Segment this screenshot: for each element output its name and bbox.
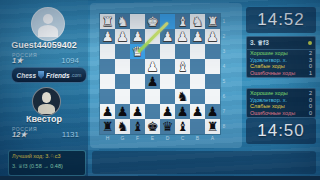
square-c7[interactable]: ♟ xyxy=(175,104,190,119)
square-d7[interactable]: ♟ xyxy=(160,104,175,119)
square-g4[interactable] xyxy=(115,59,130,74)
black-pawn-piece[interactable]: ♟ xyxy=(177,104,189,119)
bottom-player-starline: 12★ 1131 xyxy=(12,130,79,139)
square-f2[interactable]: ♟ xyxy=(130,29,145,44)
rank-label: 8 xyxy=(221,119,227,134)
stats-label: Ошибочные ходы xyxy=(250,110,295,116)
square-b3[interactable] xyxy=(190,44,205,59)
best-move-hint: Лучший ход: 3.♘c3 xyxy=(12,153,82,159)
black-pawn-piece[interactable]: ♟ xyxy=(132,104,144,119)
bottom-edge xyxy=(0,176,320,180)
rank-label: 2 xyxy=(221,29,227,44)
white-pawn-piece[interactable]: ♟ xyxy=(147,59,159,74)
star-icon: 12★ xyxy=(12,130,27,139)
black-knight-piece[interactable]: ♞ xyxy=(117,119,129,134)
file-label: C xyxy=(175,134,190,142)
stats-label: Слабые ходы xyxy=(250,63,285,69)
last-move-label: 3. ♕f3 xyxy=(250,39,269,47)
square-b1[interactable]: ♞ xyxy=(190,14,205,29)
game-screen: Guest44059402 РОССИЯ 1★ 1094 Chess Frien… xyxy=(0,0,320,180)
black-pawn-piece[interactable]: ♟ xyxy=(117,104,129,119)
square-e1[interactable]: ♚ xyxy=(145,14,160,29)
rank-label: 7 xyxy=(221,104,227,119)
black-king-piece[interactable]: ♚ xyxy=(147,119,159,134)
top-player-clock: 14:52 xyxy=(246,7,316,33)
black-bishop-piece[interactable]: ♝ xyxy=(177,119,189,134)
square-d8[interactable]: ♛ xyxy=(160,119,175,134)
square-e3[interactable] xyxy=(145,44,160,59)
square-h1[interactable]: ♜ xyxy=(100,14,115,29)
avatar-top-player[interactable] xyxy=(31,7,65,41)
rank-label: 6 xyxy=(221,89,227,104)
logo-text-com: .com xyxy=(71,72,82,78)
square-a2[interactable]: ♟ xyxy=(205,29,220,44)
person-icon xyxy=(43,14,53,24)
square-h6[interactable] xyxy=(100,89,115,104)
file-label: A xyxy=(205,134,220,142)
square-c5[interactable] xyxy=(175,74,190,89)
square-b2[interactable]: ♟ xyxy=(190,29,205,44)
square-c6[interactable]: ♞ xyxy=(175,89,190,104)
file-label: G xyxy=(115,134,130,142)
square-b7[interactable]: ♟ xyxy=(190,104,205,119)
top-stats-rows: Хорошие ходы2Удовлетвор. х.3Слабые ходы0… xyxy=(247,50,315,76)
white-king-piece[interactable]: ♚ xyxy=(147,14,159,29)
last-move-header: 3. ♕f3 xyxy=(247,38,315,50)
white-knight-piece[interactable]: ♞ xyxy=(117,14,129,29)
stats-label: Хорошие ходы xyxy=(250,90,288,96)
square-h4[interactable] xyxy=(100,59,115,74)
black-pawn-piece[interactable]: ♟ xyxy=(162,104,174,119)
square-a8[interactable]: ♜ xyxy=(205,119,220,134)
move-quality-dot-icon xyxy=(308,41,312,45)
square-b5[interactable] xyxy=(190,74,205,89)
square-g5[interactable] xyxy=(115,74,130,89)
square-c1[interactable]: ♝ xyxy=(175,14,190,29)
square-e6[interactable] xyxy=(145,89,160,104)
black-rook-piece[interactable]: ♜ xyxy=(207,119,219,134)
black-queen-piece[interactable]: ♛ xyxy=(162,119,174,134)
black-bishop-piece[interactable]: ♝ xyxy=(132,119,144,134)
chessfriends-logo[interactable]: Chess Friends .com xyxy=(11,67,87,83)
white-pawn-piece[interactable]: ♟ xyxy=(207,29,219,44)
stats-label: Слабые ходы xyxy=(250,103,285,109)
stats-row: Ошибочные ходы0 xyxy=(247,110,315,117)
square-d3[interactable] xyxy=(160,44,175,59)
square-h7[interactable]: ♟ xyxy=(100,104,115,119)
file-label: E xyxy=(145,134,160,142)
square-d2[interactable]: ♟ xyxy=(160,29,175,44)
square-a3[interactable] xyxy=(205,44,220,59)
bottom-player-rating: 1131 xyxy=(62,130,79,139)
square-c3[interactable] xyxy=(175,44,190,59)
bottom-stats-rows: Хорошие ходы2Удовлетвор. х.0Слабые ходы0… xyxy=(247,90,315,116)
stats-value: 0 xyxy=(309,110,312,116)
shield-icon xyxy=(38,71,44,79)
white-bishop-piece[interactable]: ♝ xyxy=(177,59,189,74)
bottom-panel xyxy=(92,151,316,174)
top-player-starline: 1★ 1094 xyxy=(12,56,79,65)
file-label: B xyxy=(190,134,205,142)
square-h2[interactable]: ♟ xyxy=(100,29,115,44)
square-f5[interactable] xyxy=(130,74,145,89)
square-g6[interactable] xyxy=(115,89,130,104)
logo-text-friends: Friends xyxy=(46,72,69,79)
square-a4[interactable] xyxy=(205,59,220,74)
square-h3[interactable] xyxy=(100,44,115,59)
square-c2[interactable]: ♟ xyxy=(175,29,190,44)
square-e8[interactable]: ♚ xyxy=(145,119,160,134)
bottom-move-quality-panel: Хорошие ходы2Удовлетвор. х.0Слабые ходы0… xyxy=(246,88,316,118)
logo-text-chess: Chess xyxy=(17,72,37,79)
square-g3[interactable] xyxy=(115,44,130,59)
bottom-player-name: Квестор xyxy=(0,114,88,124)
top-move-quality-panel: 3. ♕f3 Хорошие ходы2Удовлетвор. х.3Слабы… xyxy=(246,36,316,78)
square-c4[interactable]: ♝ xyxy=(175,59,190,74)
stats-value: 3 xyxy=(309,57,312,63)
file-label: H xyxy=(100,134,115,142)
top-player-name: Guest44059402 xyxy=(0,40,88,50)
stats-row: Ошибочные ходы1 xyxy=(247,70,315,77)
square-f8[interactable]: ♝ xyxy=(130,119,145,134)
black-pawn-piece[interactable]: ♟ xyxy=(102,104,114,119)
bust-icon xyxy=(42,92,51,103)
square-b6[interactable] xyxy=(190,89,205,104)
rank-label: 3 xyxy=(221,44,227,59)
black-pawn-piece[interactable]: ♟ xyxy=(147,74,159,89)
square-g2[interactable]: ♟ xyxy=(115,29,130,44)
black-knight-piece[interactable]: ♞ xyxy=(177,89,189,104)
square-h8[interactable]: ♜ xyxy=(100,119,115,134)
stats-value: 0 xyxy=(309,63,312,69)
bust-icon-shoulders xyxy=(38,104,55,114)
engine-hint-box: Лучший ход: 3.♘c3 3. ♕f3 (0.58 → 0.48) xyxy=(8,150,86,176)
white-pawn-piece[interactable]: ♟ xyxy=(117,29,129,44)
stats-label: Удовлетвор. х. xyxy=(250,97,287,103)
rank-label: 5 xyxy=(221,74,227,89)
square-f6[interactable] xyxy=(130,89,145,104)
white-pawn-piece[interactable]: ♟ xyxy=(177,29,189,44)
bottom-player-clock: 14:50 xyxy=(246,118,316,144)
square-g7[interactable]: ♟ xyxy=(115,104,130,119)
person-icon-shoulders xyxy=(38,25,58,37)
top-player-rating: 1094 xyxy=(61,56,79,65)
square-g1[interactable]: ♞ xyxy=(115,14,130,29)
stats-label: Хорошие ходы xyxy=(250,50,288,56)
square-g8[interactable]: ♞ xyxy=(115,119,130,134)
square-f1[interactable] xyxy=(130,14,145,29)
black-pawn-piece[interactable]: ♟ xyxy=(207,104,219,119)
white-pawn-piece[interactable]: ♟ xyxy=(192,29,204,44)
file-label: F xyxy=(130,134,145,142)
square-e4[interactable]: ♟ xyxy=(145,59,160,74)
stats-value: 0 xyxy=(309,97,312,103)
square-f4[interactable] xyxy=(130,59,145,74)
white-rook-piece[interactable]: ♜ xyxy=(207,14,219,29)
square-a1[interactable]: ♜ xyxy=(205,14,220,29)
file-labels: HGFEDCBA xyxy=(100,134,220,142)
file-label: D xyxy=(160,134,175,142)
rank-label: 1 xyxy=(221,14,227,29)
stats-value: 2 xyxy=(309,50,312,56)
players-sidebar: Guest44059402 РОССИЯ 1★ 1094 Chess Frien… xyxy=(0,0,88,180)
rank-labels: 12345678 xyxy=(221,14,227,134)
square-e7[interactable] xyxy=(145,104,160,119)
white-pawn-piece[interactable]: ♟ xyxy=(162,29,174,44)
square-d5[interactable] xyxy=(160,74,175,89)
star-icon: 1★ xyxy=(12,56,23,65)
stats-value: 0 xyxy=(309,103,312,109)
black-pawn-piece[interactable]: ♟ xyxy=(192,104,204,119)
white-knight-piece[interactable]: ♞ xyxy=(192,14,204,29)
stats-value: 1 xyxy=(309,70,312,76)
square-h5[interactable] xyxy=(100,74,115,89)
avatar-bottom-player[interactable] xyxy=(32,87,61,116)
rank-label: 4 xyxy=(221,59,227,74)
square-a5[interactable] xyxy=(205,74,220,89)
square-a7[interactable]: ♟ xyxy=(205,104,220,119)
square-a6[interactable] xyxy=(205,89,220,104)
black-rook-piece[interactable]: ♜ xyxy=(102,119,114,134)
square-c8[interactable]: ♝ xyxy=(175,119,190,134)
white-rook-piece[interactable]: ♜ xyxy=(102,14,114,29)
square-f7[interactable]: ♟ xyxy=(130,104,145,119)
white-pawn-piece[interactable]: ♟ xyxy=(102,29,114,44)
square-b4[interactable] xyxy=(190,59,205,74)
stats-label: Удовлетвор. х. xyxy=(250,57,287,63)
white-pawn-piece[interactable]: ♟ xyxy=(132,29,144,44)
square-e5[interactable]: ♟ xyxy=(145,74,160,89)
played-move-eval: 3. ♕f3 (0.58 → 0.48) xyxy=(12,163,82,169)
square-d6[interactable] xyxy=(160,89,175,104)
stats-label: Ошибочные ходы xyxy=(250,70,295,76)
square-b8[interactable] xyxy=(190,119,205,134)
square-d4[interactable] xyxy=(160,59,175,74)
white-bishop-piece[interactable]: ♝ xyxy=(177,14,189,29)
stats-value: 2 xyxy=(309,90,312,96)
